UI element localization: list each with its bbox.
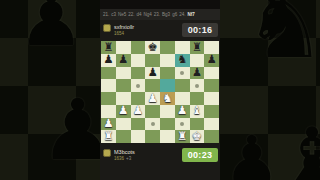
square-c7[interactable]	[131, 54, 146, 67]
move-token[interactable]: Bg3	[162, 12, 170, 17]
player-rating-value: 1636	[114, 156, 124, 161]
square-d3[interactable]	[145, 105, 160, 118]
player-clock: 00:23	[182, 148, 218, 162]
square-f5[interactable]	[175, 79, 190, 92]
move-token[interactable]: 24.	[179, 12, 185, 17]
square-g1[interactable]: ♚	[190, 130, 205, 143]
move-token[interactable]: d4	[137, 12, 142, 17]
square-c8[interactable]	[131, 41, 146, 54]
move-token[interactable]: c3	[111, 12, 116, 17]
square-d2[interactable]	[145, 118, 160, 131]
material-advantage: +3	[126, 156, 131, 161]
square-a6[interactable]	[101, 67, 116, 80]
square-c2[interactable]	[131, 118, 146, 131]
square-b1[interactable]	[116, 130, 131, 143]
player-name: M3bcots	[114, 149, 135, 155]
piece-wp[interactable]: ♟	[175, 105, 190, 118]
square-b3[interactable]: ♟	[116, 105, 131, 118]
piece-wr[interactable]: ♜	[175, 130, 190, 143]
move-dot[interactable]	[180, 71, 184, 75]
move-token[interactable]: Ng4	[144, 12, 152, 17]
square-d6[interactable]: ♟	[145, 67, 160, 80]
square-f7[interactable]: ♞	[175, 54, 190, 67]
piece-wp[interactable]: ♟	[116, 105, 131, 118]
square-h6[interactable]	[204, 67, 219, 80]
chess-app-screen: 21.c3Ne522.d4Ng423.Bg3g624.Nf7 sxfrxioll…	[100, 0, 220, 180]
move-list-bar[interactable]: 21.c3Ne522.d4Ng423.Bg3g624.Nf7	[100, 9, 220, 20]
square-b7[interactable]: ♟	[116, 54, 131, 67]
square-c6[interactable]	[131, 67, 146, 80]
piece-bp[interactable]: ♟	[145, 67, 160, 80]
square-a7[interactable]: ♟	[101, 54, 116, 67]
square-c5[interactable]	[131, 79, 146, 92]
square-e7[interactable]	[160, 54, 175, 67]
square-g3[interactable]: ♝	[190, 105, 205, 118]
move-token[interactable]: g6	[172, 12, 177, 17]
piece-bn[interactable]: ♞	[175, 54, 190, 67]
piece-wp[interactable]: ♟	[145, 92, 160, 105]
piece-wb[interactable]: ♝	[190, 105, 205, 118]
square-c1[interactable]	[131, 130, 146, 143]
square-h7[interactable]: ♟	[204, 54, 219, 67]
move-token[interactable]: Ne5	[118, 12, 126, 17]
square-g5[interactable]	[190, 79, 205, 92]
video-frame: ♟ ♟ ♞ ♟ ♝ 21.c3Ne522.d4Ng423.Bg3g624.Nf7…	[0, 0, 320, 180]
opponent-info-row: sxfrxiollr 1654 00:16	[100, 20, 220, 41]
square-d8[interactable]: ♚	[145, 41, 160, 54]
square-h3[interactable]	[204, 105, 219, 118]
piece-wr[interactable]: ♜	[101, 130, 116, 143]
square-a4[interactable]	[101, 92, 116, 105]
square-c3[interactable]: ♟	[131, 105, 146, 118]
opponent-clock: 00:16	[182, 23, 218, 37]
opponent-avatar[interactable]	[103, 24, 111, 32]
square-h1[interactable]	[204, 130, 219, 143]
move-token[interactable]: 23.	[154, 12, 160, 17]
square-e4[interactable]: ♞	[160, 92, 175, 105]
piece-bp[interactable]: ♟	[101, 54, 116, 67]
piece-bk[interactable]: ♚	[145, 41, 160, 54]
move-token[interactable]: Nf7	[187, 12, 194, 17]
status-bar	[100, 0, 220, 9]
square-b5[interactable]	[116, 79, 131, 92]
piece-wk[interactable]: ♚	[190, 130, 205, 143]
square-e6[interactable]	[160, 67, 175, 80]
square-a1[interactable]: ♜	[101, 130, 116, 143]
move-token[interactable]: 21.	[103, 12, 109, 17]
square-h5[interactable]	[204, 79, 219, 92]
square-f3[interactable]: ♟	[175, 105, 190, 118]
piece-bp[interactable]: ♟	[190, 67, 205, 80]
move-dot[interactable]	[180, 122, 184, 126]
square-a5[interactable]	[101, 79, 116, 92]
move-dot[interactable]	[151, 122, 155, 126]
move-token[interactable]: 22.	[128, 12, 134, 17]
square-d4[interactable]: ♟	[145, 92, 160, 105]
square-e1[interactable]	[160, 130, 175, 143]
chess-board[interactable]: ♜♚♜♟♟♞♟♟♟♟♞♟♟♟♝♟♜♜♚	[101, 41, 219, 143]
square-h2[interactable]	[204, 118, 219, 131]
square-b6[interactable]	[116, 67, 131, 80]
square-d1[interactable]	[145, 130, 160, 143]
move-dot[interactable]	[195, 84, 199, 88]
square-h4[interactable]	[204, 92, 219, 105]
move-dot[interactable]	[136, 84, 140, 88]
opponent-rating: 1654	[114, 31, 124, 36]
square-f1[interactable]: ♜	[175, 130, 190, 143]
piece-wp[interactable]: ♟	[131, 105, 146, 118]
player-avatar[interactable]	[103, 149, 111, 157]
square-e8[interactable]	[160, 41, 175, 54]
player-info-row: M3bcots 1636+3 00:23	[100, 145, 220, 168]
square-e2[interactable]	[160, 118, 175, 131]
piece-bp[interactable]: ♟	[204, 54, 219, 67]
square-g8[interactable]: ♜	[190, 41, 205, 54]
piece-wn[interactable]: ♞	[160, 92, 175, 105]
piece-br[interactable]: ♜	[190, 41, 205, 54]
player-rating: 1636+3	[114, 156, 131, 161]
square-e3[interactable]	[160, 105, 175, 118]
square-b2[interactable]	[116, 118, 131, 131]
piece-bp[interactable]: ♟	[116, 54, 131, 67]
opponent-name: sxfrxiollr	[114, 24, 134, 30]
square-g6[interactable]: ♟	[190, 67, 205, 80]
square-f6[interactable]	[175, 67, 190, 80]
